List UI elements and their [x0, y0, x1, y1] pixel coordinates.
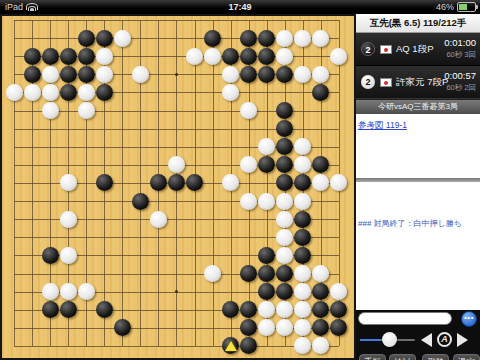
app-screen: iPad 17:49 46% 互先(黒 6.5) 119/212手 2 AQ 1… [0, 0, 480, 360]
white-stone [204, 48, 221, 65]
japan-flag-icon [380, 78, 392, 87]
estimate-button[interactable]: 形勢 [422, 354, 449, 360]
chat-area-bottom[interactable]: ### 対局終了：白中押し勝ち [356, 182, 480, 310]
black-stone [78, 66, 95, 83]
white-stone [42, 84, 59, 101]
white-stone [276, 48, 293, 65]
event-title-bar: 今研vsAQ三番碁第3局 [356, 99, 480, 115]
white-stone [6, 84, 23, 101]
next-move-button[interactable] [457, 333, 468, 347]
status-time: 17:49 [0, 0, 480, 14]
game-result-message: ### 対局終了：白中押し勝ち [358, 218, 462, 229]
white-stone [42, 66, 59, 83]
white-stone [276, 30, 293, 47]
game-info-header: 互先(黒 6.5) 119/212手 [356, 14, 480, 33]
chat-bubble-icon: ••• [462, 313, 476, 322]
battery-icon [457, 2, 476, 12]
white-capture-badge: 2 [361, 75, 375, 89]
reference-diagram-link[interactable]: 参考図 119-1 [358, 120, 407, 132]
goban[interactable] [0, 14, 356, 360]
white-stone [42, 102, 59, 119]
white-stone [96, 48, 113, 65]
white-stone [78, 84, 95, 101]
review-button[interactable]: 検討 [389, 354, 416, 360]
white-stone [150, 211, 167, 228]
black-stone [96, 84, 113, 101]
black-stone [258, 30, 275, 47]
send-chat-button[interactable]: ••• [461, 311, 477, 327]
white-stone [222, 66, 239, 83]
bottom-button-bar: 手順 検討 形勢 退室 [356, 352, 480, 360]
black-stone [60, 48, 77, 65]
grid-line [14, 346, 339, 347]
white-stone [78, 283, 95, 300]
black-stone [204, 30, 221, 47]
white-clock: 0:00:57 [444, 70, 476, 81]
white-stone [96, 66, 113, 83]
white-stone [24, 84, 41, 101]
black-stone [42, 48, 59, 65]
white-stone [276, 229, 293, 246]
white-stone [60, 211, 77, 228]
black-stone [294, 211, 311, 228]
player-name-black: AQ 1段P [396, 43, 434, 56]
grid-line [213, 20, 214, 346]
white-stone [114, 30, 131, 47]
chat-area-top[interactable]: 参考図 119-1 [356, 114, 480, 178]
last-move-marker [225, 341, 237, 351]
black-clock: 0:01:00 [444, 37, 476, 48]
black-stone [240, 66, 257, 83]
white-stone [276, 211, 293, 228]
black-stone [42, 247, 59, 264]
leave-room-button[interactable]: 退室 [453, 354, 480, 360]
white-stone [258, 193, 275, 210]
white-stone [60, 247, 77, 264]
moves-button[interactable]: 手順 [359, 354, 386, 360]
black-stone [132, 193, 149, 210]
white-stone [294, 193, 311, 210]
black-stone [42, 301, 59, 318]
white-stone [186, 48, 203, 65]
chat-input-row: ••• [356, 310, 480, 328]
white-byoyomi: 60秒 2回 [446, 83, 476, 93]
player-row-black[interactable]: 2 AQ 1段P 0:01:00 60秒 3回 [356, 33, 480, 66]
white-stone [132, 66, 149, 83]
battery-percent: 46% [436, 0, 454, 14]
black-stone [24, 66, 41, 83]
black-stone [258, 48, 275, 65]
black-stone [258, 66, 275, 83]
black-capture-badge: 2 [361, 42, 375, 56]
japan-flag-icon [380, 45, 392, 54]
black-stone [60, 84, 77, 101]
black-stone [24, 48, 41, 65]
black-stone [60, 66, 77, 83]
star-point [175, 73, 178, 76]
white-stone [222, 84, 239, 101]
move-slider-knob[interactable] [382, 332, 397, 347]
white-stone [276, 193, 293, 210]
status-bar: iPad 17:49 46% [0, 0, 480, 14]
white-stone [240, 193, 257, 210]
black-stone [78, 48, 95, 65]
black-stone [96, 30, 113, 47]
auto-play-button[interactable]: A [437, 332, 452, 347]
side-panel: 互先(黒 6.5) 119/212手 2 AQ 1段P 0:01:00 60秒 … [356, 14, 480, 360]
black-stone [240, 48, 257, 65]
black-stone [222, 48, 239, 65]
white-stone [42, 283, 59, 300]
black-stone [240, 30, 257, 47]
white-stone [204, 265, 221, 282]
white-stone [294, 30, 311, 47]
black-stone [60, 301, 77, 318]
black-byoyomi: 60秒 3回 [446, 50, 476, 60]
black-stone [96, 301, 113, 318]
player-name-white: 許家元 7段P [396, 76, 448, 89]
chat-input[interactable] [358, 312, 452, 325]
white-stone [60, 283, 77, 300]
white-stone [312, 30, 329, 47]
playback-controls: A [356, 328, 480, 352]
white-stone [78, 102, 95, 119]
player-row-white[interactable]: 2 許家元 7段P 0:00:57 60秒 2回 [356, 66, 480, 99]
black-stone [78, 30, 95, 47]
previous-move-button[interactable] [421, 333, 432, 347]
